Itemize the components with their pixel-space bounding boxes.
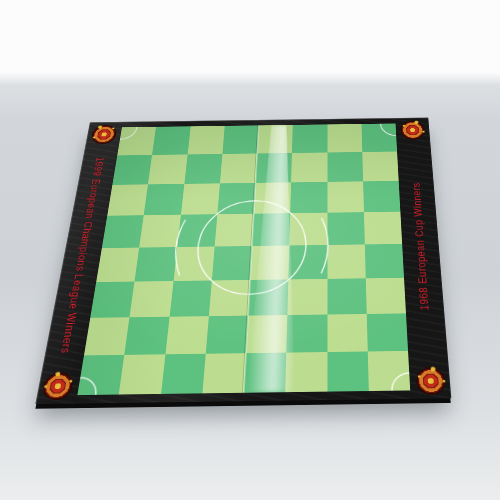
square-a5: [102, 215, 144, 248]
square-d8: [222, 125, 259, 154]
square-b8: [152, 126, 190, 155]
square-b6: [144, 184, 184, 215]
square-f7: [291, 152, 327, 182]
square-c3: [169, 280, 211, 316]
photo-background: 1999 European Champions League Winners 1…: [0, 0, 500, 500]
square-d1: [202, 353, 246, 393]
square-b2: [124, 317, 169, 355]
square-f8: [292, 124, 327, 153]
square-c4: [173, 247, 214, 281]
square-f5: [290, 213, 328, 246]
square-f6: [290, 182, 327, 213]
square-c6: [181, 183, 220, 214]
square-f4: [289, 245, 327, 279]
chessboard-grid: [77, 123, 410, 395]
square-a6: [107, 184, 148, 215]
square-d4: [212, 246, 252, 280]
chessboard: 1999 European Champions League Winners 1…: [56, 83, 447, 410]
square-d6: [217, 183, 255, 214]
square-h7: [362, 152, 399, 182]
pitch-area: [77, 123, 410, 395]
square-h4: [365, 244, 404, 278]
square-f3: [288, 279, 327, 315]
square-b4: [135, 247, 177, 281]
square-c7: [184, 154, 222, 184]
square-a7: [112, 155, 152, 185]
square-d7: [220, 153, 257, 183]
square-g4: [327, 244, 365, 278]
square-a2: [84, 317, 130, 355]
square-d3: [209, 280, 250, 316]
square-g3: [327, 278, 366, 314]
square-g5: [327, 212, 365, 245]
square-g8: [327, 124, 362, 153]
square-c1: [161, 354, 206, 394]
square-g2: [327, 314, 368, 352]
square-h8: [361, 123, 397, 152]
square-b1: [119, 354, 165, 394]
square-h3: [366, 278, 406, 314]
square-g6: [327, 181, 364, 212]
square-b7: [148, 154, 187, 184]
square-a8: [117, 127, 156, 156]
square-c2: [165, 316, 209, 354]
square-b3: [130, 281, 173, 317]
square-a3: [90, 282, 134, 318]
square-d2: [206, 316, 249, 354]
square-a4: [96, 248, 139, 283]
square-h1: [368, 351, 411, 391]
right-frame-text-label: 1968 European Cup Winners: [410, 183, 431, 311]
square-c8: [187, 126, 224, 155]
square-d5: [214, 214, 253, 247]
square-h2: [367, 313, 409, 351]
square-h5: [364, 212, 402, 245]
square-h6: [363, 181, 400, 212]
square-g1: [327, 351, 369, 391]
square-c5: [177, 214, 217, 247]
square-g7: [327, 152, 363, 182]
square-b5: [139, 215, 180, 248]
square-a1: [77, 355, 124, 395]
board-frame: 1999 European Champions League Winners 1…: [35, 117, 451, 404]
